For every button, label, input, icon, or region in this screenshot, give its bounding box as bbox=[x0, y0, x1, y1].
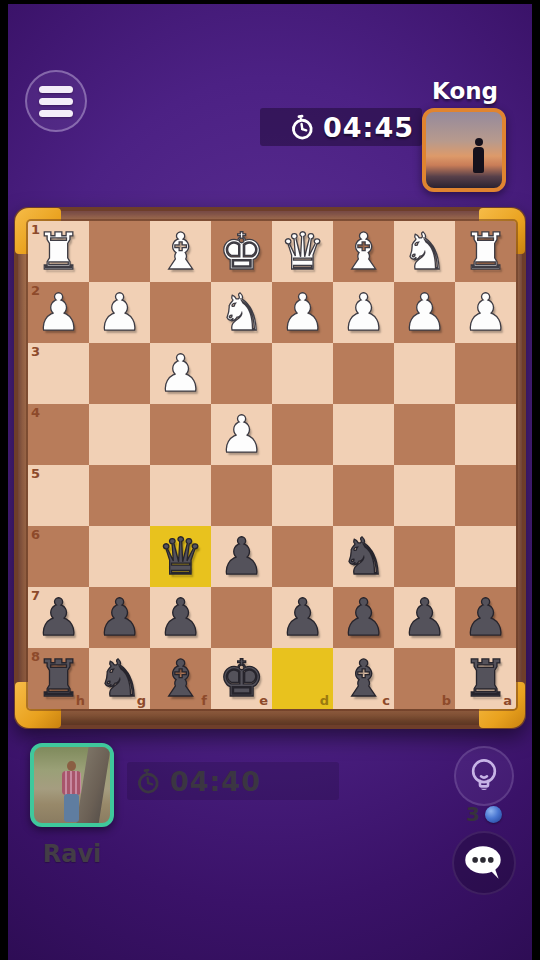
square-e6[interactable]: ♟ bbox=[211, 526, 272, 587]
square-h4[interactable]: 4 bbox=[28, 404, 89, 465]
piece-white-pawn[interactable]: ♟ bbox=[394, 282, 455, 343]
square-g8[interactable]: g♞ bbox=[89, 648, 150, 709]
square-d5[interactable] bbox=[272, 465, 333, 526]
square-d3[interactable] bbox=[272, 343, 333, 404]
file-label-c: c bbox=[382, 693, 390, 708]
square-a4[interactable] bbox=[455, 404, 516, 465]
piece-black-pawn[interactable]: ♟ bbox=[455, 587, 516, 648]
square-f8[interactable]: f♝ bbox=[150, 648, 211, 709]
square-g2[interactable]: ♟ bbox=[89, 282, 150, 343]
rank-label-8: 8 bbox=[31, 649, 40, 664]
square-h5[interactable]: 5 bbox=[28, 465, 89, 526]
piece-white-rook[interactable]: ♜ bbox=[455, 221, 516, 282]
silhouette-figure bbox=[472, 138, 485, 172]
square-g6[interactable] bbox=[89, 526, 150, 587]
square-b5[interactable] bbox=[394, 465, 455, 526]
chess-board: 1♜♝♚♛♝♞♜2♟♟♞♟♟♟♟3♟4♟56♛♟♞7♟♟♟♟♟♟♟8h♜g♞f♝… bbox=[14, 207, 526, 729]
file-label-e: e bbox=[259, 693, 268, 708]
square-h6[interactable]: 6 bbox=[28, 526, 89, 587]
square-e5[interactable] bbox=[211, 465, 272, 526]
square-b1[interactable]: ♞ bbox=[394, 221, 455, 282]
piece-black-pawn[interactable]: ♟ bbox=[211, 526, 272, 587]
file-label-b: b bbox=[442, 693, 451, 708]
square-b8[interactable]: b bbox=[394, 648, 455, 709]
player-clock: 04:40 bbox=[127, 762, 339, 800]
square-c5[interactable] bbox=[333, 465, 394, 526]
square-d7[interactable]: ♟ bbox=[272, 587, 333, 648]
hamburger-icon bbox=[39, 86, 73, 93]
square-b7[interactable]: ♟ bbox=[394, 587, 455, 648]
stopwatch-icon bbox=[287, 112, 316, 141]
square-a7[interactable]: ♟ bbox=[455, 587, 516, 648]
square-a5[interactable] bbox=[455, 465, 516, 526]
piece-black-queen[interactable]: ♛ bbox=[150, 526, 211, 587]
piece-white-pawn[interactable]: ♟ bbox=[150, 343, 211, 404]
piece-white-pawn[interactable]: ♟ bbox=[211, 404, 272, 465]
piece-white-pawn[interactable]: ♟ bbox=[333, 282, 394, 343]
file-label-h: h bbox=[76, 693, 85, 708]
square-c8[interactable]: c♝ bbox=[333, 648, 394, 709]
piece-white-pawn[interactable]: ♟ bbox=[455, 282, 516, 343]
square-h2[interactable]: 2♟ bbox=[28, 282, 89, 343]
square-a8[interactable]: a♜ bbox=[455, 648, 516, 709]
rank-label-4: 4 bbox=[31, 405, 40, 420]
player-avatar[interactable] bbox=[30, 743, 114, 827]
square-c3[interactable] bbox=[333, 343, 394, 404]
square-f5[interactable] bbox=[150, 465, 211, 526]
piece-black-pawn[interactable]: ♟ bbox=[333, 587, 394, 648]
square-g5[interactable] bbox=[89, 465, 150, 526]
game-screen: Kong 04:45 1♜♝♚♛♝♞♜2♟♟♞♟♟♟♟3♟4♟56♛♟♞7♟♟♟… bbox=[8, 4, 532, 960]
square-h8[interactable]: 8h♜ bbox=[28, 648, 89, 709]
square-a6[interactable] bbox=[455, 526, 516, 587]
square-b2[interactable]: ♟ bbox=[394, 282, 455, 343]
square-f1[interactable]: ♝ bbox=[150, 221, 211, 282]
square-b4[interactable] bbox=[394, 404, 455, 465]
piece-white-knight[interactable]: ♞ bbox=[394, 221, 455, 282]
rank-label-1: 1 bbox=[31, 222, 40, 237]
opponent-avatar[interactable] bbox=[422, 108, 506, 192]
gem-icon bbox=[485, 806, 502, 823]
square-h3[interactable]: 3 bbox=[28, 343, 89, 404]
chat-button[interactable] bbox=[452, 831, 516, 895]
square-d2[interactable]: ♟ bbox=[272, 282, 333, 343]
square-b3[interactable] bbox=[394, 343, 455, 404]
file-label-d: d bbox=[320, 693, 329, 708]
piece-white-bishop[interactable]: ♝ bbox=[150, 221, 211, 282]
square-g7[interactable]: ♟ bbox=[89, 587, 150, 648]
square-d8[interactable]: d bbox=[272, 648, 333, 709]
square-g3[interactable] bbox=[89, 343, 150, 404]
piece-black-pawn[interactable]: ♟ bbox=[150, 587, 211, 648]
piece-white-king[interactable]: ♚ bbox=[211, 221, 272, 282]
opponent-clock-text: 04:45 bbox=[323, 112, 414, 143]
hint-button[interactable] bbox=[454, 746, 514, 806]
chat-bubble-icon bbox=[459, 838, 509, 888]
rank-label-5: 5 bbox=[31, 466, 40, 481]
square-e8[interactable]: e♚ bbox=[211, 648, 272, 709]
rank-label-6: 6 bbox=[31, 527, 40, 542]
square-e4[interactable]: ♟ bbox=[211, 404, 272, 465]
square-h1[interactable]: 1♜ bbox=[28, 221, 89, 282]
rank-label-3: 3 bbox=[31, 344, 40, 359]
rank-label-2: 2 bbox=[31, 283, 40, 298]
file-label-f: f bbox=[201, 693, 207, 708]
square-h7[interactable]: 7♟ bbox=[28, 587, 89, 648]
piece-black-pawn[interactable]: ♟ bbox=[272, 587, 333, 648]
player-name: Ravi bbox=[22, 840, 122, 868]
square-f4[interactable] bbox=[150, 404, 211, 465]
square-e1[interactable]: ♚ bbox=[211, 221, 272, 282]
board-grid: 1♜♝♚♛♝♞♜2♟♟♞♟♟♟♟3♟4♟56♛♟♞7♟♟♟♟♟♟♟8h♜g♞f♝… bbox=[28, 221, 516, 709]
piece-white-bishop[interactable]: ♝ bbox=[333, 221, 394, 282]
square-c4[interactable] bbox=[333, 404, 394, 465]
square-d4[interactable] bbox=[272, 404, 333, 465]
square-a1[interactable]: ♜ bbox=[455, 221, 516, 282]
lightbulb-icon bbox=[463, 755, 505, 797]
piece-white-knight[interactable]: ♞ bbox=[211, 282, 272, 343]
square-e2[interactable]: ♞ bbox=[211, 282, 272, 343]
opponent-clock: 04:45 bbox=[260, 108, 422, 146]
square-c2[interactable]: ♟ bbox=[333, 282, 394, 343]
square-d1[interactable]: ♛ bbox=[272, 221, 333, 282]
hint-count: 3 bbox=[466, 802, 480, 826]
stopwatch-icon bbox=[133, 766, 162, 795]
square-f2[interactable] bbox=[150, 282, 211, 343]
square-a2[interactable]: ♟ bbox=[455, 282, 516, 343]
square-f6[interactable]: ♛ bbox=[150, 526, 211, 587]
square-a3[interactable] bbox=[455, 343, 516, 404]
file-label-a: a bbox=[503, 693, 512, 708]
square-f7[interactable]: ♟ bbox=[150, 587, 211, 648]
piece-white-queen[interactable]: ♛ bbox=[272, 221, 333, 282]
piece-white-pawn[interactable]: ♟ bbox=[89, 282, 150, 343]
piece-black-knight[interactable]: ♞ bbox=[333, 526, 394, 587]
square-e7[interactable] bbox=[211, 587, 272, 648]
piece-black-pawn[interactable]: ♟ bbox=[394, 587, 455, 648]
opponent-name: Kong bbox=[422, 78, 508, 104]
piece-black-pawn[interactable]: ♟ bbox=[89, 587, 150, 648]
square-b6[interactable] bbox=[394, 526, 455, 587]
square-c6[interactable]: ♞ bbox=[333, 526, 394, 587]
hint-count-row: 3 bbox=[456, 803, 512, 825]
player-clock-text: 04:40 bbox=[170, 766, 261, 797]
square-c1[interactable]: ♝ bbox=[333, 221, 394, 282]
square-g1[interactable] bbox=[89, 221, 150, 282]
square-f3[interactable]: ♟ bbox=[150, 343, 211, 404]
square-d6[interactable] bbox=[272, 526, 333, 587]
square-c7[interactable]: ♟ bbox=[333, 587, 394, 648]
piece-white-pawn[interactable]: ♟ bbox=[272, 282, 333, 343]
rank-label-7: 7 bbox=[31, 588, 40, 603]
file-label-g: g bbox=[137, 693, 146, 708]
menu-button[interactable] bbox=[25, 70, 87, 132]
square-g4[interactable] bbox=[89, 404, 150, 465]
square-e3[interactable] bbox=[211, 343, 272, 404]
